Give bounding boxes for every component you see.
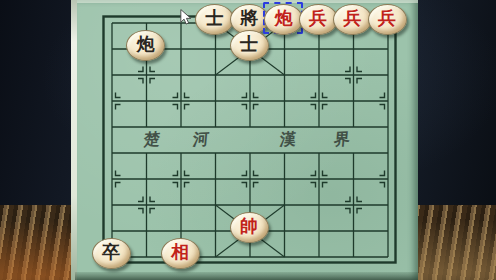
piece-black-advisor[interactable]: 士 [230,30,269,61]
piece-glyph: 帥 [240,217,258,235]
piece-glyph: 卒 [102,243,120,261]
river-label-jie: 界 [333,129,351,151]
river-label-chu: 楚 [143,129,161,151]
piece-red-soldier[interactable]: 兵 [299,4,338,35]
piece-red-elephant[interactable]: 相 [161,238,200,269]
piece-glyph: 兵 [309,9,327,27]
piece-glyph: 士 [206,9,224,27]
piece-glyph: 相 [171,243,189,261]
xiangqi-game-screenshot: 楚 河 漢 界 士將炮兵兵兵炮士帥卒相 [0,0,496,280]
river-label-han: 漢 [279,129,297,151]
piece-glyph: 炮 [137,35,155,53]
piece-black-soldier[interactable]: 卒 [92,238,131,269]
piece-red-soldier[interactable]: 兵 [333,4,372,35]
piece-glyph: 兵 [344,9,362,27]
piece-red-general[interactable]: 帥 [230,212,269,243]
mouse-cursor-icon [180,9,192,25]
piece-glyph: 炮 [275,9,293,27]
river-label-he: 河 [192,129,210,151]
piece-glyph: 士 [240,35,258,53]
piece-red-soldier[interactable]: 兵 [368,4,407,35]
piece-black-advisor[interactable]: 士 [195,4,234,35]
piece-red-cannon[interactable]: 炮 [264,4,303,35]
piece-glyph: 兵 [378,9,396,27]
piece-black-cannon[interactable]: 炮 [126,30,165,61]
piece-glyph: 將 [240,9,258,27]
